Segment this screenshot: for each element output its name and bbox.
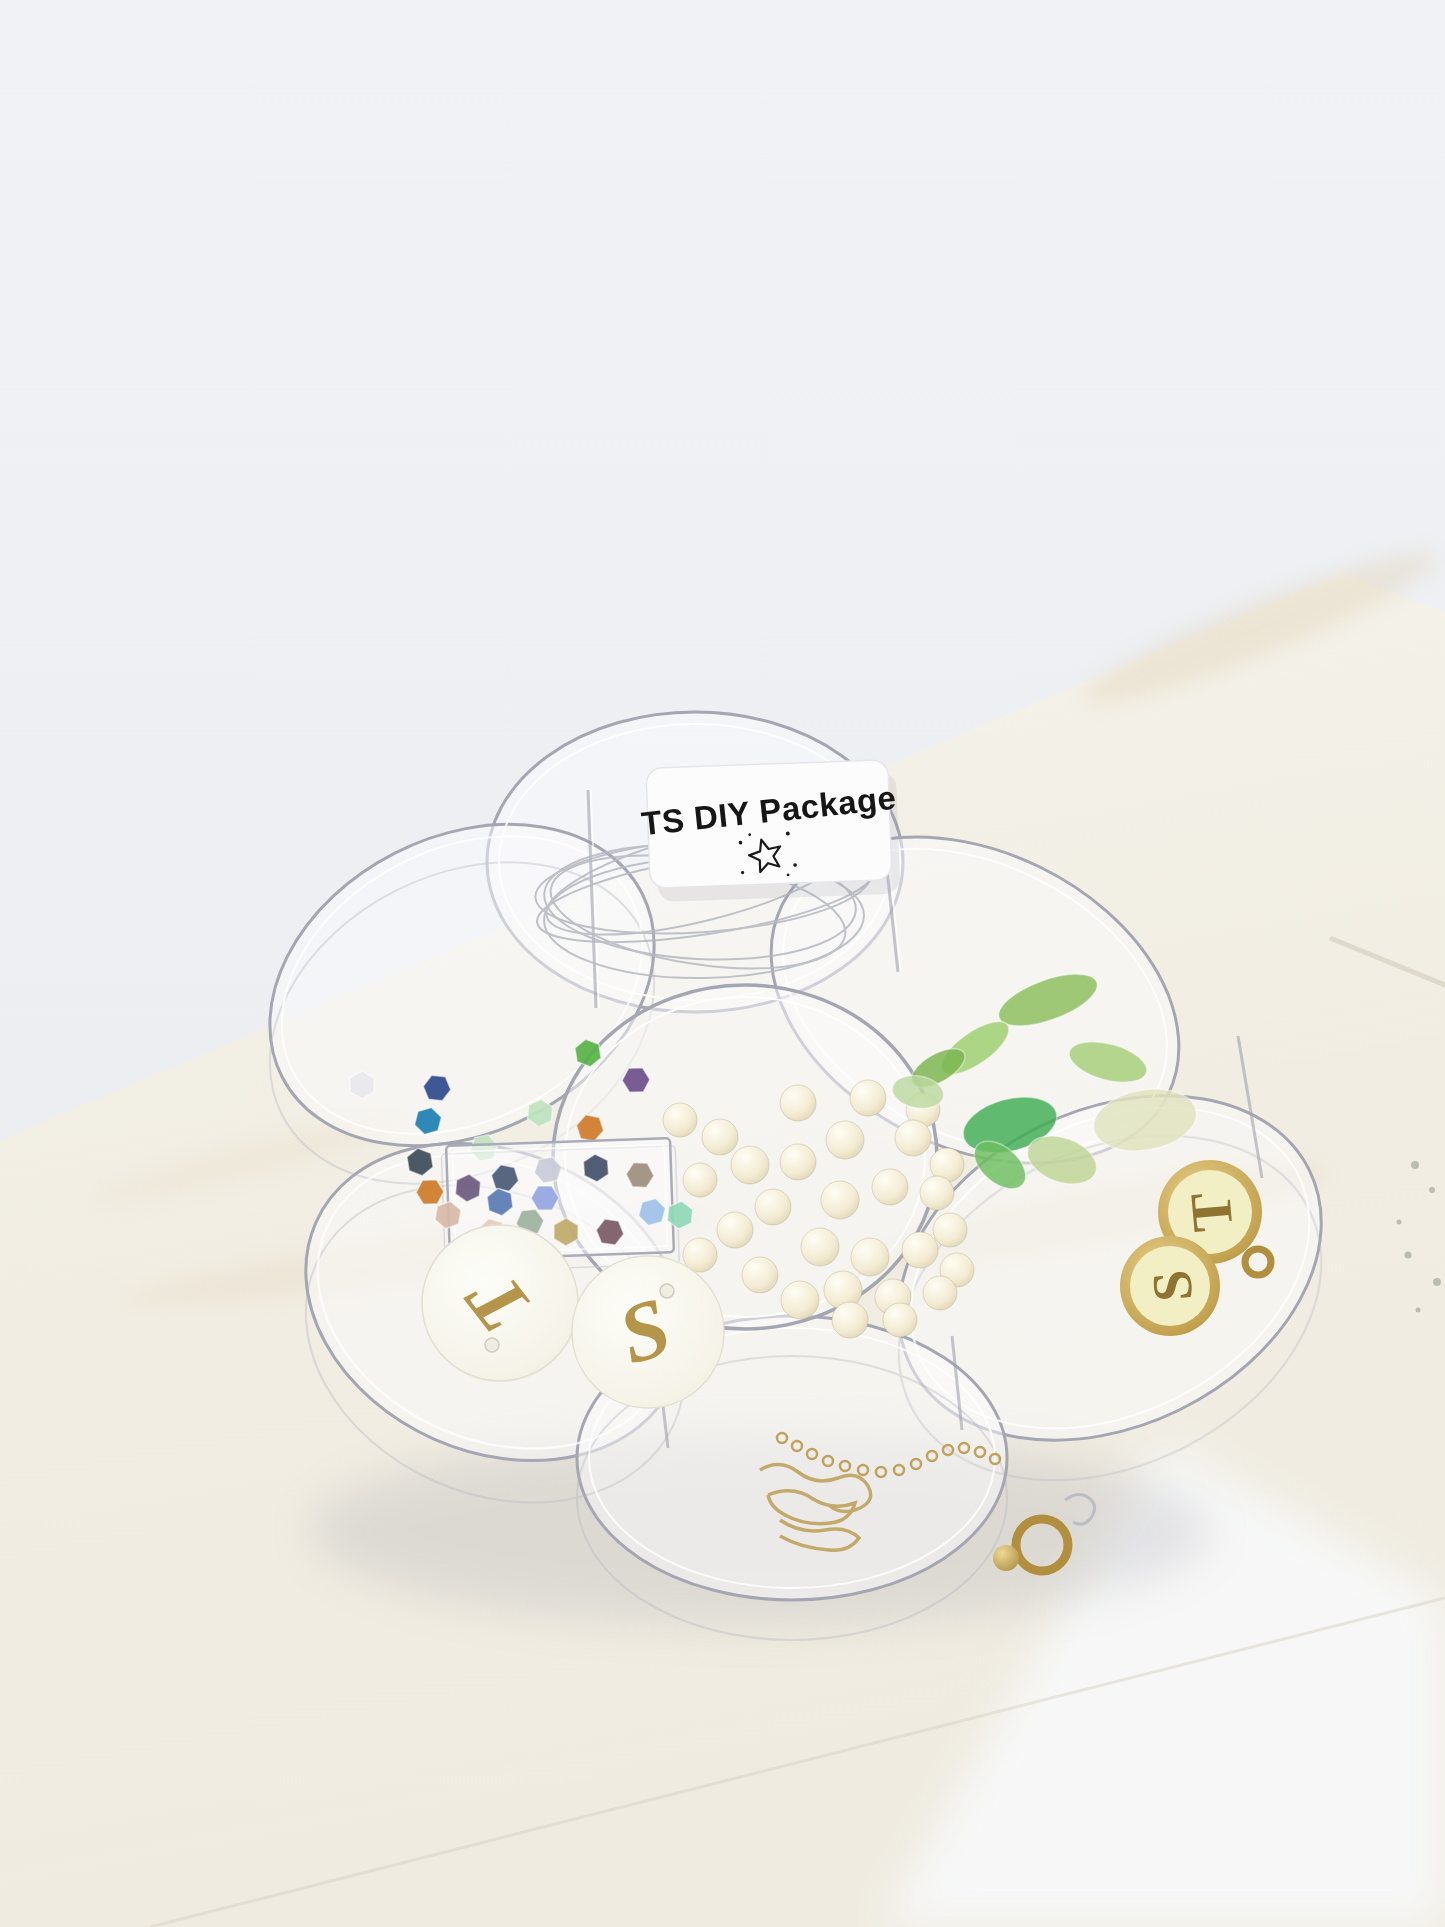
disc-hole — [660, 1284, 674, 1298]
gold-ball — [993, 1545, 1019, 1571]
pearl — [821, 1181, 859, 1219]
pearl — [923, 1276, 957, 1310]
pearl — [742, 1257, 778, 1293]
pearl — [933, 1213, 967, 1247]
scene-svg: T S T S TS DIY Package — [0, 0, 1445, 1927]
disc-hole — [485, 1338, 499, 1352]
pearl — [780, 1085, 816, 1121]
pearl — [850, 1080, 886, 1116]
pearl — [780, 1144, 816, 1180]
gold-charm-letter-T: T — [1177, 1190, 1245, 1234]
pearl — [717, 1212, 753, 1248]
pearl — [755, 1189, 791, 1225]
pearl — [872, 1169, 908, 1205]
pearl — [801, 1228, 839, 1266]
crystal-bead — [350, 1071, 374, 1099]
pearl — [920, 1176, 954, 1210]
pearl — [663, 1103, 697, 1137]
pearl — [851, 1238, 889, 1276]
pearl — [826, 1121, 864, 1159]
pearl — [883, 1303, 917, 1337]
pearl — [683, 1163, 717, 1197]
pearl — [902, 1232, 938, 1268]
pearl — [832, 1302, 868, 1338]
gold-charm-letter-S: S — [1140, 1268, 1204, 1304]
photo-stage: T S T S TS DIY Package — [0, 0, 1445, 1927]
pearl — [731, 1146, 769, 1184]
pearl — [895, 1120, 931, 1156]
pearl — [702, 1119, 738, 1155]
pearl — [781, 1281, 819, 1319]
package-label: TS DIY Package — [640, 760, 901, 902]
